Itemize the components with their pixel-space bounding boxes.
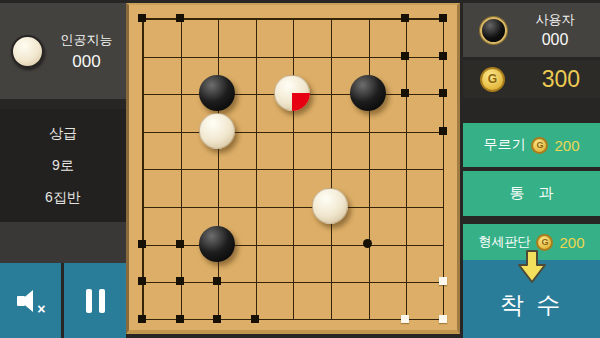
left-spacer-panel [0,222,126,263]
coin-balance-panel: G 300 [463,60,600,98]
pause-icon [86,289,92,313]
pause-button[interactable] [64,263,126,338]
place-stone-button[interactable]: 착 수 [463,260,600,338]
estimate-label: 형세판단 [478,233,530,251]
star-point [363,239,372,248]
territory-marker-black [138,240,146,248]
territory-marker-black [251,315,259,323]
territory-marker-black [439,14,447,22]
user-black-stone-icon [480,17,507,44]
stone-black [350,75,386,111]
stone-black [199,226,235,262]
territory-marker-black [138,277,146,285]
undo-cost: 200 [554,137,579,154]
pause-icon [99,289,105,313]
territory-marker-black [401,52,409,60]
undo-label: 무르기 [483,136,525,154]
down-arrow-icon [518,250,546,288]
undo-button[interactable]: 무르기 G 200 [463,123,600,167]
stone-white [312,188,348,224]
coin-balance: 300 [505,66,580,93]
estimate-cost: 200 [559,234,584,251]
territory-marker-black [176,277,184,285]
go-board-grid[interactable] [123,0,461,338]
go-board [126,3,460,334]
territory-marker-black [401,14,409,22]
ai-player-label: 인공지능 [61,31,113,49]
coin-icon: G [536,234,553,251]
pass-label: 통 과 [504,184,558,203]
difficulty-level: 상급 [49,125,77,143]
board-size-label: 9로 [52,157,74,175]
territory-marker-black [439,89,447,97]
territory-marker-black [439,52,447,60]
mute-button[interactable]: × [0,263,61,338]
territory-marker-black [176,240,184,248]
territory-marker-white [439,277,447,285]
place-stone-label: 착 수 [500,289,564,321]
territory-marker-black [138,14,146,22]
territory-marker-black [439,127,447,135]
territory-marker-black [176,315,184,323]
territory-marker-black [401,89,409,97]
territory-marker-black [176,14,184,22]
territory-marker-black [213,315,221,323]
stone-white [199,113,235,149]
coin-icon: G [531,137,548,154]
game-info-panel: 상급 9로 6집반 [0,109,126,222]
komi-label: 6집반 [45,189,81,207]
ai-player-panel: 인공지능 000 [0,3,126,99]
speaker-muted-icon: × [17,289,45,313]
stone-white [274,75,310,111]
ai-player-score: 000 [72,52,100,72]
territory-marker-white [401,315,409,323]
user-player-score: 000 [542,31,569,49]
stone-black [199,75,235,111]
territory-marker-white [439,315,447,323]
coin-icon: G [480,67,505,92]
territory-marker-black [213,277,221,285]
ai-white-stone-icon [11,35,44,68]
user-player-panel: 사용자 000 [463,3,600,57]
last-move-red-marker [292,93,310,111]
user-player-label: 사용자 [536,11,575,29]
territory-marker-black [138,315,146,323]
pass-button[interactable]: 통 과 [463,171,600,216]
